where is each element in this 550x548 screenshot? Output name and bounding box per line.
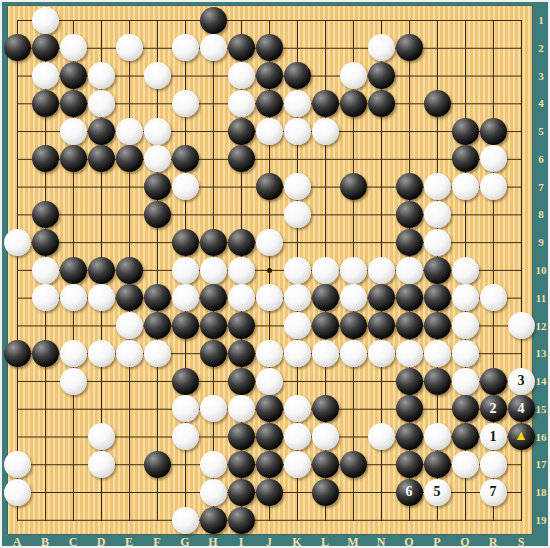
stone-I14-black	[228, 368, 255, 395]
stone-R6-white	[480, 145, 507, 172]
stone-B11-white	[32, 284, 59, 311]
row-label-17: 17	[533, 458, 549, 470]
stone-M10-white	[340, 257, 367, 284]
stone-M17-black	[340, 451, 367, 478]
stone-K17-white	[284, 451, 311, 478]
row-label-7: 7	[533, 181, 549, 193]
stone-S16-black: ▲	[508, 423, 535, 450]
stone-L5-white	[312, 118, 339, 145]
stone-O10-white	[396, 257, 423, 284]
column-label-M: M	[343, 535, 363, 548]
stone-G11-white	[172, 284, 199, 311]
stone-I10-white	[228, 257, 255, 284]
stone-M12-black	[340, 312, 367, 339]
move-number-5: 5	[434, 485, 441, 499]
stone-N11-black	[368, 284, 395, 311]
stone-N4-black	[368, 90, 395, 117]
stone-G7-white	[172, 173, 199, 200]
stone-L12-black	[312, 312, 339, 339]
stone-O18-black: 6	[396, 479, 423, 506]
stone-O7-black	[396, 173, 423, 200]
stone-J4-black	[256, 90, 283, 117]
stone-J14-white	[256, 368, 283, 395]
stone-L16-white	[312, 423, 339, 450]
stone-I2-black	[228, 34, 255, 61]
column-label-B: B	[35, 535, 55, 548]
row-label-9: 9	[533, 236, 549, 248]
stone-O12-black	[396, 312, 423, 339]
stone-Q16-black	[452, 423, 479, 450]
column-label-O: O	[399, 535, 419, 548]
stone-I18-black	[228, 479, 255, 506]
stone-H19-black	[200, 507, 227, 534]
stone-I4-white	[228, 90, 255, 117]
stone-H10-white	[200, 257, 227, 284]
stone-G2-white	[172, 34, 199, 61]
stone-C10-black	[60, 257, 87, 284]
stone-H15-white	[200, 395, 227, 422]
stone-E10-black	[116, 257, 143, 284]
stone-B10-white	[32, 257, 59, 284]
stone-F17-black	[144, 451, 171, 478]
stone-M11-white	[340, 284, 367, 311]
stone-R14-black	[480, 368, 507, 395]
stone-O9-black	[396, 229, 423, 256]
row-label-4: 4	[533, 97, 549, 109]
stone-C4-black	[60, 90, 87, 117]
stone-P13-white	[424, 340, 451, 367]
stone-R7-white	[480, 173, 507, 200]
stone-C14-white	[60, 368, 87, 395]
move-number-4: 4	[518, 402, 525, 416]
go-game-screenshot: 3241▲657ABCDEFGHIJKLMNOPQRS1234567891011…	[0, 0, 550, 548]
column-label-P: P	[427, 535, 447, 548]
stone-F7-black	[144, 173, 171, 200]
stone-I5-black	[228, 118, 255, 145]
stone-J16-black	[256, 423, 283, 450]
stone-E12-white	[116, 312, 143, 339]
stone-O11-black	[396, 284, 423, 311]
move-number-2: 2	[490, 402, 497, 416]
stone-J11-white	[256, 284, 283, 311]
row-label-5: 5	[533, 125, 549, 137]
row-label-6: 6	[533, 153, 549, 165]
stone-H12-black	[200, 312, 227, 339]
stone-F8-black	[144, 201, 171, 228]
stone-K11-white	[284, 284, 311, 311]
stone-E11-black	[116, 284, 143, 311]
stone-K16-white	[284, 423, 311, 450]
stone-J17-black	[256, 451, 283, 478]
stone-P14-black	[424, 368, 451, 395]
stone-J18-black	[256, 479, 283, 506]
stone-E2-white	[116, 34, 143, 61]
stone-B6-black	[32, 145, 59, 172]
stone-J13-white	[256, 340, 283, 367]
stone-E13-white	[116, 340, 143, 367]
stone-G4-white	[172, 90, 199, 117]
stone-Q12-white	[452, 312, 479, 339]
stone-J5-white	[256, 118, 283, 145]
stone-D3-white	[88, 62, 115, 89]
stone-C13-white	[60, 340, 87, 367]
stone-P17-black	[424, 451, 451, 478]
move-number-7: 7	[490, 485, 497, 499]
stone-D16-white	[88, 423, 115, 450]
stone-I19-black	[228, 507, 255, 534]
stone-E6-black	[116, 145, 143, 172]
move-number-1: 1	[490, 430, 497, 444]
stone-H13-black	[200, 340, 227, 367]
stone-P16-white	[424, 423, 451, 450]
stone-G9-black	[172, 229, 199, 256]
stone-Q6-black	[452, 145, 479, 172]
column-label-L: L	[315, 535, 335, 548]
stone-G6-black	[172, 145, 199, 172]
stone-P8-white	[424, 201, 451, 228]
stone-B4-black	[32, 90, 59, 117]
stone-C11-white	[60, 284, 87, 311]
stone-G12-black	[172, 312, 199, 339]
stone-O16-black	[396, 423, 423, 450]
stone-K8-white	[284, 201, 311, 228]
stone-B3-white	[32, 62, 59, 89]
stone-I3-white	[228, 62, 255, 89]
stone-D10-black	[88, 257, 115, 284]
stone-R18-white: 7	[480, 479, 507, 506]
stone-G15-white	[172, 395, 199, 422]
stone-J7-black	[256, 173, 283, 200]
stone-J9-white	[256, 229, 283, 256]
stone-B9-black	[32, 229, 59, 256]
move-number-6: 6	[406, 485, 413, 499]
stone-L13-white	[312, 340, 339, 367]
column-label-D: D	[91, 535, 111, 548]
stone-S14-white: 3	[508, 368, 535, 395]
stone-K13-white	[284, 340, 311, 367]
column-label-J: J	[259, 535, 279, 548]
stone-G16-white	[172, 423, 199, 450]
stone-O8-black	[396, 201, 423, 228]
stone-F13-white	[144, 340, 171, 367]
stone-L17-black	[312, 451, 339, 478]
stone-Q14-white	[452, 368, 479, 395]
column-label-Q: Q	[455, 535, 475, 548]
stone-H2-white	[200, 34, 227, 61]
stone-O17-black	[396, 451, 423, 478]
column-label-F: F	[147, 535, 167, 548]
row-label-16: 16	[533, 431, 549, 443]
stone-E5-white	[116, 118, 143, 145]
stone-R17-white	[480, 451, 507, 478]
stone-Q10-white	[452, 257, 479, 284]
stone-N13-white	[368, 340, 395, 367]
stone-J3-black	[256, 62, 283, 89]
stone-O2-black	[396, 34, 423, 61]
stone-A13-black	[4, 340, 31, 367]
stone-P4-black	[424, 90, 451, 117]
column-label-I: I	[231, 535, 251, 548]
column-label-A: A	[7, 535, 27, 548]
stone-K5-white	[284, 118, 311, 145]
stone-G10-white	[172, 257, 199, 284]
row-label-2: 2	[533, 42, 549, 54]
row-label-11: 11	[533, 292, 549, 304]
row-label-1: 1	[533, 14, 549, 26]
stone-A9-white	[4, 229, 31, 256]
stone-A17-white	[4, 451, 31, 478]
stone-O15-black	[396, 395, 423, 422]
stone-H1-black	[200, 7, 227, 34]
stone-N2-white	[368, 34, 395, 61]
stone-D13-white	[88, 340, 115, 367]
stone-J15-black	[256, 395, 283, 422]
stone-Q15-black	[452, 395, 479, 422]
stone-S12-white	[508, 312, 535, 339]
stone-J2-black	[256, 34, 283, 61]
stone-N3-black	[368, 62, 395, 89]
stone-B8-black	[32, 201, 59, 228]
stone-I13-black	[228, 340, 255, 367]
stone-D17-white	[88, 451, 115, 478]
row-label-10: 10	[533, 264, 549, 276]
row-label-19: 19	[533, 514, 549, 526]
stone-F6-white	[144, 145, 171, 172]
column-label-G: G	[175, 535, 195, 548]
stone-L11-black	[312, 284, 339, 311]
stone-P10-black	[424, 257, 451, 284]
stone-L18-black	[312, 479, 339, 506]
row-label-3: 3	[533, 70, 549, 82]
stone-I16-black	[228, 423, 255, 450]
stone-A18-white	[4, 479, 31, 506]
stone-C3-black	[60, 62, 87, 89]
stone-I6-black	[228, 145, 255, 172]
stone-D6-black	[88, 145, 115, 172]
stone-N12-black	[368, 312, 395, 339]
stone-B2-black	[32, 34, 59, 61]
row-label-12: 12	[533, 320, 549, 332]
stone-G19-white	[172, 507, 199, 534]
stone-R16-white: 1	[480, 423, 507, 450]
stone-G14-black	[172, 368, 199, 395]
stone-O14-black	[396, 368, 423, 395]
stone-L10-white	[312, 257, 339, 284]
row-label-18: 18	[533, 486, 549, 498]
stone-P18-white: 5	[424, 479, 451, 506]
star-point-J10	[267, 268, 272, 273]
column-label-C: C	[63, 535, 83, 548]
stone-H11-black	[200, 284, 227, 311]
stone-F3-white	[144, 62, 171, 89]
stone-N16-white	[368, 423, 395, 450]
stone-C6-black	[60, 145, 87, 172]
stone-M4-black	[340, 90, 367, 117]
stone-C2-white	[60, 34, 87, 61]
stone-F11-black	[144, 284, 171, 311]
stone-Q17-white	[452, 451, 479, 478]
stone-N10-white	[368, 257, 395, 284]
row-label-13: 13	[533, 347, 549, 359]
stone-B1-white	[32, 7, 59, 34]
row-label-15: 15	[533, 403, 549, 415]
stone-Q13-white	[452, 340, 479, 367]
stone-S15-black: 4	[508, 395, 535, 422]
column-label-E: E	[119, 535, 139, 548]
column-label-R: R	[483, 535, 503, 548]
stone-B13-black	[32, 340, 59, 367]
stone-L15-black	[312, 395, 339, 422]
triangle-marker: ▲	[514, 429, 528, 443]
stone-H9-black	[200, 229, 227, 256]
row-label-8: 8	[533, 208, 549, 220]
stone-K3-black	[284, 62, 311, 89]
stone-K7-white	[284, 173, 311, 200]
stone-C5-white	[60, 118, 87, 145]
stone-P9-white	[424, 229, 451, 256]
stone-Q5-black	[452, 118, 479, 145]
stone-O13-white	[396, 340, 423, 367]
stone-Q11-white	[452, 284, 479, 311]
stone-F5-white	[144, 118, 171, 145]
stone-Q7-white	[452, 173, 479, 200]
stone-K12-white	[284, 312, 311, 339]
stone-P11-black	[424, 284, 451, 311]
stone-D4-white	[88, 90, 115, 117]
stone-I15-white	[228, 395, 255, 422]
stone-L4-black	[312, 90, 339, 117]
move-number-3: 3	[518, 374, 525, 388]
stone-I12-black	[228, 312, 255, 339]
stone-I9-black	[228, 229, 255, 256]
column-label-N: N	[371, 535, 391, 548]
stone-I17-black	[228, 451, 255, 478]
stone-R5-black	[480, 118, 507, 145]
stone-M13-white	[340, 340, 367, 367]
stone-F12-black	[144, 312, 171, 339]
stone-H17-white	[200, 451, 227, 478]
stone-K10-white	[284, 257, 311, 284]
row-label-14: 14	[533, 375, 549, 387]
column-label-H: H	[203, 535, 223, 548]
stone-H18-white	[200, 479, 227, 506]
stone-P12-black	[424, 312, 451, 339]
stone-K15-white	[284, 395, 311, 422]
stone-P7-white	[424, 173, 451, 200]
stone-R11-white	[480, 284, 507, 311]
stone-A2-black	[4, 34, 31, 61]
stone-I11-white	[228, 284, 255, 311]
stone-M3-white	[340, 62, 367, 89]
stone-K4-white	[284, 90, 311, 117]
stone-R15-black: 2	[480, 395, 507, 422]
column-label-K: K	[287, 535, 307, 548]
stone-D11-white	[88, 284, 115, 311]
stone-M7-black	[340, 173, 367, 200]
column-label-S: S	[511, 535, 531, 548]
stone-D5-black	[88, 118, 115, 145]
